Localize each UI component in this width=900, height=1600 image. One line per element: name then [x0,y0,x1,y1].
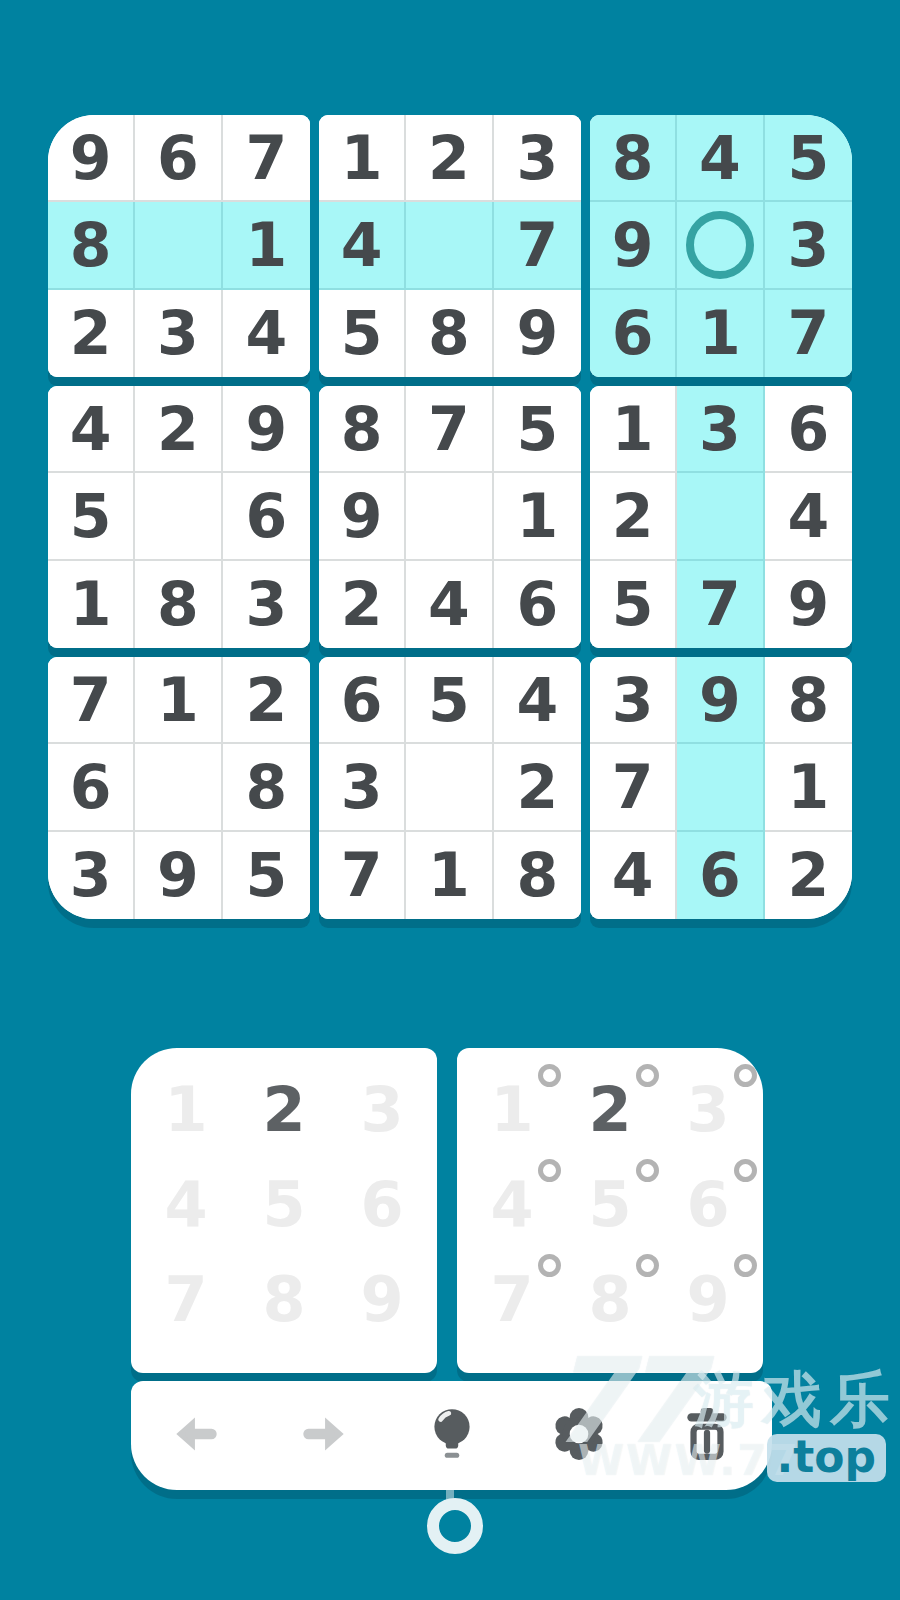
cell-r2c9[interactable]: 3 [765,202,852,289]
note-key-label: 6 [686,1174,729,1236]
value-key-6[interactable]: 6 [333,1157,431,1252]
value-key-label: 6 [360,1174,403,1236]
cell-r9c3[interactable]: 5 [223,832,310,919]
box-r3c1: 71268395 [48,657,310,919]
cell-r2c3[interactable]: 1 [223,202,310,289]
arrow-left-icon [167,1405,225,1466]
cell-r9c1[interactable]: 3 [48,832,135,919]
cell-r4c2[interactable]: 2 [135,386,222,473]
cell-r5c9[interactable]: 4 [765,473,852,560]
cell-r3c1[interactable]: 2 [48,290,135,377]
box-r2c2: 87591246 [319,386,581,648]
gear-icon [550,1405,608,1466]
cell-r8c7[interactable]: 7 [590,744,677,831]
cell-r7c8[interactable]: 9 [677,657,764,744]
cell-r1c8[interactable]: 4 [677,115,764,202]
cell-r3c5[interactable]: 8 [406,290,493,377]
cell-r4c8[interactable]: 3 [677,386,764,473]
lightbulb-icon [423,1405,481,1466]
cell-r6c8[interactable]: 7 [677,561,764,648]
cell-r2c4[interactable]: 4 [319,202,406,289]
box-r3c3: 39871462 [590,657,852,919]
value-key-4[interactable]: 4 [137,1157,235,1252]
cell-r6c9[interactable]: 9 [765,561,852,648]
cell-r6c2[interactable]: 8 [135,561,222,648]
note-key-label: 1 [490,1079,533,1141]
cell-r8c2[interactable] [135,744,222,831]
sudoku-app-screen: 9678123412347589845936174295618387591246… [0,0,900,1600]
note-ring-icon [636,1254,659,1277]
cell-r2c1[interactable]: 8 [48,202,135,289]
box-r1c2: 12347589 [319,115,581,377]
cell-r5c2[interactable] [135,473,222,560]
cell-r8c5[interactable] [406,744,493,831]
cell-r3c2[interactable]: 3 [135,290,222,377]
selection-ring [686,211,754,279]
cell-r1c9[interactable]: 5 [765,115,852,202]
box-r2c3: 13624579 [590,386,852,648]
cell-r5c7[interactable]: 2 [590,473,677,560]
cell-r7c4[interactable]: 6 [319,657,406,744]
cell-r3c8[interactable]: 1 [677,290,764,377]
cell-r1c2[interactable]: 6 [135,115,222,202]
note-ring-icon [538,1159,561,1182]
box-r1c1: 96781234 [48,115,310,377]
cell-r9c6[interactable]: 8 [494,832,581,919]
cell-r4c5[interactable]: 7 [406,386,493,473]
cell-r4c3[interactable]: 9 [223,386,310,473]
cell-r5c4[interactable]: 9 [319,473,406,560]
sudoku-board: 9678123412347589845936174295618387591246… [48,115,852,919]
value-key-1[interactable]: 1 [137,1062,235,1157]
cell-r6c4[interactable]: 2 [319,561,406,648]
value-key-2[interactable]: 2 [235,1062,333,1157]
cell-r5c6[interactable]: 1 [494,473,581,560]
cell-r2c8[interactable] [677,202,764,289]
cell-r1c7[interactable]: 8 [590,115,677,202]
value-key-label: 1 [164,1079,207,1141]
value-key-label: 2 [262,1079,305,1141]
cell-r2c7[interactable]: 9 [590,202,677,289]
cell-r4c9[interactable]: 6 [765,386,852,473]
cell-r7c9[interactable]: 8 [765,657,852,744]
value-key-3[interactable]: 3 [333,1062,431,1157]
cell-r5c1[interactable]: 5 [48,473,135,560]
note-key-6[interactable]: 6 [659,1157,757,1252]
cell-r1c4[interactable]: 1 [319,115,406,202]
pull-handle[interactable] [427,1498,483,1554]
cell-r9c5[interactable]: 1 [406,832,493,919]
cell-r7c1[interactable]: 7 [48,657,135,744]
note-ring-icon [636,1159,659,1182]
cell-r6c6[interactable]: 6 [494,561,581,648]
redo-button[interactable] [295,1407,353,1465]
cell-r5c5[interactable] [406,473,493,560]
erase-button[interactable] [678,1407,736,1465]
note-ring-icon [734,1064,757,1087]
value-key-7[interactable]: 7 [137,1252,235,1347]
cell-r9c8[interactable]: 6 [677,832,764,919]
cell-r9c4[interactable]: 7 [319,832,406,919]
box-r1c3: 84593617 [590,115,852,377]
note-key-4[interactable]: 4 [463,1157,561,1252]
cell-r8c6[interactable]: 2 [494,744,581,831]
cell-r8c4[interactable]: 3 [319,744,406,831]
note-key-label: 9 [686,1269,729,1331]
cell-r8c1[interactable]: 6 [48,744,135,831]
value-key-5[interactable]: 5 [235,1157,333,1252]
value-key-label: 3 [360,1079,403,1141]
note-key-1[interactable]: 1 [463,1062,561,1157]
value-key-8[interactable]: 8 [235,1252,333,1347]
trash-icon [678,1405,736,1466]
cell-r8c9[interactable]: 1 [765,744,852,831]
cell-r4c6[interactable]: 5 [494,386,581,473]
cell-r7c2[interactable]: 1 [135,657,222,744]
toolbar [131,1381,772,1490]
note-key-3[interactable]: 3 [659,1062,757,1157]
value-key-label: 4 [164,1174,207,1236]
value-key-label: 5 [262,1174,305,1236]
watermark-url-suffix: .top [767,1434,886,1482]
cell-r2c2[interactable] [135,202,222,289]
cell-r7c6[interactable]: 4 [494,657,581,744]
value-key-label: 7 [164,1269,207,1331]
value-key-label: 9 [360,1269,403,1331]
note-ring-icon [636,1064,659,1087]
numpad-values: 123456789 [131,1048,437,1373]
cell-r5c3[interactable]: 6 [223,473,310,560]
cell-r9c2[interactable]: 9 [135,832,222,919]
note-key-2[interactable]: 2 [561,1062,659,1157]
cell-r7c7[interactable]: 3 [590,657,677,744]
cell-r1c6[interactable]: 3 [494,115,581,202]
value-key-label: 8 [262,1269,305,1331]
cell-r3c7[interactable]: 6 [590,290,677,377]
cell-r2c5[interactable] [406,202,493,289]
cell-r6c7[interactable]: 5 [590,561,677,648]
cell-r2c6[interactable]: 7 [494,202,581,289]
note-ring-icon [734,1159,757,1182]
cell-r8c3[interactable]: 8 [223,744,310,831]
value-key-9[interactable]: 9 [333,1252,431,1347]
cell-r7c5[interactable]: 5 [406,657,493,744]
cell-r9c9[interactable]: 2 [765,832,852,919]
cell-r4c4[interactable]: 8 [319,386,406,473]
cell-r9c7[interactable]: 4 [590,832,677,919]
cell-r5c8[interactable] [677,473,764,560]
undo-button[interactable] [167,1407,225,1465]
note-key-5[interactable]: 5 [561,1157,659,1252]
arrow-right-icon [295,1405,353,1466]
cell-r1c3[interactable]: 7 [223,115,310,202]
note-key-label: 3 [686,1079,729,1141]
cell-r1c1[interactable]: 9 [48,115,135,202]
hint-button[interactable] [423,1407,481,1465]
numpad-notes: 123456789 [457,1048,763,1373]
cell-r3c3[interactable]: 4 [223,290,310,377]
note-ring-icon [538,1064,561,1087]
cell-r3c6[interactable]: 9 [494,290,581,377]
box-r2c1: 42956183 [48,386,310,648]
cell-r4c1[interactable]: 4 [48,386,135,473]
settings-button[interactable] [550,1407,608,1465]
note-key-label: 4 [490,1174,533,1236]
note-ring-icon [734,1254,757,1277]
cell-r7c3[interactable]: 2 [223,657,310,744]
note-key-label: 2 [588,1079,631,1141]
cell-r4c7[interactable]: 1 [590,386,677,473]
cell-r3c9[interactable]: 7 [765,290,852,377]
cell-r3c4[interactable]: 5 [319,290,406,377]
cell-r6c5[interactable]: 4 [406,561,493,648]
note-key-label: 5 [588,1174,631,1236]
cell-r1c5[interactable]: 2 [406,115,493,202]
note-key-8[interactable]: 8 [561,1252,659,1347]
note-key-9[interactable]: 9 [659,1252,757,1347]
note-key-7[interactable]: 7 [463,1252,561,1347]
box-r3c2: 65432718 [319,657,581,919]
note-ring-icon [538,1254,561,1277]
note-key-label: 8 [588,1269,631,1331]
cell-r6c3[interactable]: 3 [223,561,310,648]
cell-r8c8[interactable] [677,744,764,831]
note-key-label: 7 [490,1269,533,1331]
cell-r6c1[interactable]: 1 [48,561,135,648]
